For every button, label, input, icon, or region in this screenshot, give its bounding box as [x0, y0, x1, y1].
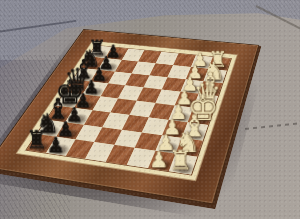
white-rook-piece[interactable]: ♜ — [169, 147, 192, 174]
black-pawn-piece[interactable]: ♟ — [45, 134, 67, 155]
white-pawn-piece[interactable]: ♟ — [147, 149, 170, 171]
square-f5[interactable] — [103, 112, 130, 129]
board-margin-band: ♜♟♟♜♞♟♟♞♝♟♟♝♛♟♟♛♚♟♟♚♝♟♟♝♞♟♟♞♜♟♟♜ — [16, 41, 238, 181]
square-e6[interactable] — [92, 96, 118, 112]
square-h1[interactable]: ♜ — [169, 154, 197, 175]
chess-board: ♜♟♟♜♞♟♟♞♝♟♟♝♛♟♟♛♚♟♟♚♝♟♟♝♞♟♟♞♜♟♟♜ — [0, 29, 259, 204]
black-rook-piece[interactable]: ♜ — [25, 128, 47, 153]
board-grid: ♜♟♟♜♞♟♟♞♝♟♟♝♛♟♟♛♚♟♟♚♝♟♟♝♞♟♟♞♜♟♟♜ — [27, 46, 231, 175]
photo-canvas: ♜♟♟♜♞♟♟♞♝♟♟♝♛♟♟♛♚♟♟♚♝♟♟♝♞♟♟♞♜♟♟♜ — [0, 0, 300, 219]
scene-3d: ♜♟♟♜♞♟♟♞♝♟♟♝♛♟♟♛♚♟♟♚♝♟♟♝♞♟♟♞♜♟♟♜ — [0, 0, 300, 219]
